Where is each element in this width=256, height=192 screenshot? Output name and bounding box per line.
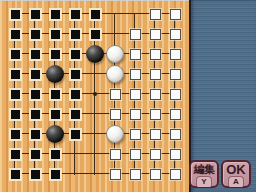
white-territory-marker (130, 109, 141, 120)
board-point[interactable] (25, 64, 45, 84)
white-territory-marker (170, 129, 181, 140)
board-point[interactable] (25, 104, 45, 124)
board-point[interactable] (5, 144, 25, 164)
board-point[interactable] (125, 4, 145, 24)
board-point[interactable] (45, 44, 65, 64)
white-territory-marker (170, 109, 181, 120)
black-territory-marker (71, 90, 80, 99)
board-point[interactable] (105, 64, 125, 84)
white-territory-marker (150, 129, 161, 140)
key-a-badge: A (228, 176, 244, 187)
board-point[interactable] (5, 4, 25, 24)
board-point[interactable] (45, 84, 65, 104)
white-stone (106, 45, 124, 63)
board-point[interactable] (45, 104, 65, 124)
board-point[interactable] (25, 164, 45, 184)
board-point[interactable] (165, 64, 185, 84)
edit-button-label: 編集 (191, 163, 217, 176)
black-territory-marker (91, 30, 100, 39)
black-territory-marker (51, 30, 60, 39)
board-point[interactable] (165, 124, 185, 144)
board-point[interactable] (125, 64, 145, 84)
black-territory-marker (51, 110, 60, 119)
board-point[interactable] (65, 84, 85, 104)
white-territory-marker (150, 9, 161, 20)
board-point[interactable] (45, 4, 65, 24)
black-territory-marker (11, 50, 20, 59)
board-point[interactable] (65, 144, 85, 164)
board-point[interactable] (105, 104, 125, 124)
board-point[interactable] (65, 124, 85, 144)
ok-button[interactable]: OK A (221, 160, 251, 188)
white-territory-marker (110, 149, 121, 160)
black-territory-marker (31, 50, 40, 59)
board-point[interactable] (165, 4, 185, 24)
white-territory-marker (110, 89, 121, 100)
black-territory-marker (11, 170, 20, 179)
board-point[interactable] (65, 64, 85, 84)
black-territory-marker (51, 50, 60, 59)
board-point[interactable] (105, 44, 125, 64)
board-point[interactable] (145, 64, 165, 84)
board-point[interactable] (105, 24, 125, 44)
board-point[interactable] (45, 64, 65, 84)
board-point[interactable] (45, 24, 65, 44)
board-point[interactable] (105, 124, 125, 144)
board-point[interactable] (65, 44, 85, 64)
board-point[interactable] (5, 104, 25, 124)
white-territory-marker (110, 169, 121, 180)
board-point[interactable] (45, 124, 65, 144)
edit-button[interactable]: 編集 Y (189, 160, 219, 188)
black-territory-marker (31, 30, 40, 39)
black-territory-marker (31, 90, 40, 99)
board-point[interactable] (145, 164, 165, 184)
white-territory-marker (170, 169, 181, 180)
board-cells (5, 4, 185, 184)
board-point[interactable] (125, 144, 145, 164)
black-territory-marker (71, 70, 80, 79)
board-point[interactable] (85, 144, 105, 164)
board-point[interactable] (45, 164, 65, 184)
board-point[interactable] (105, 164, 125, 184)
black-territory-marker (31, 110, 40, 119)
white-territory-marker (150, 109, 161, 120)
board-point[interactable] (5, 164, 25, 184)
black-territory-marker (71, 110, 80, 119)
board-point[interactable] (85, 104, 105, 124)
board-point[interactable] (125, 44, 145, 64)
black-territory-marker (11, 110, 20, 119)
white-territory-marker (170, 69, 181, 80)
board-point[interactable] (85, 124, 105, 144)
board-point[interactable] (65, 104, 85, 124)
board-point[interactable] (125, 104, 145, 124)
white-territory-marker (170, 149, 181, 160)
board-point[interactable] (165, 104, 185, 124)
board-point[interactable] (145, 4, 165, 24)
white-territory-marker (150, 89, 161, 100)
board-point[interactable] (85, 44, 105, 64)
black-territory-marker (11, 30, 20, 39)
board-point[interactable] (165, 44, 185, 64)
board-point[interactable] (25, 124, 45, 144)
board-point[interactable] (145, 84, 165, 104)
screen-top-highlight (0, 0, 189, 1)
white-territory-marker (130, 169, 141, 180)
white-territory-marker (130, 29, 141, 40)
black-stone (46, 65, 64, 83)
black-territory-marker (31, 130, 40, 139)
black-territory-marker (51, 150, 60, 159)
board-point[interactable] (85, 24, 105, 44)
board-point[interactable] (125, 164, 145, 184)
black-territory-marker (51, 170, 60, 179)
white-territory-marker (150, 49, 161, 60)
white-territory-marker (130, 49, 141, 60)
board-point[interactable] (5, 124, 25, 144)
black-territory-marker (51, 90, 60, 99)
white-territory-marker (130, 69, 141, 80)
board-point[interactable] (105, 144, 125, 164)
board-point[interactable] (125, 84, 145, 104)
black-territory-marker (31, 70, 40, 79)
black-territory-marker (71, 30, 80, 39)
black-territory-marker (11, 10, 20, 19)
board-point[interactable] (165, 164, 185, 184)
black-territory-marker (31, 170, 40, 179)
black-territory-marker (11, 150, 20, 159)
go-board[interactable] (0, 0, 189, 192)
white-territory-marker (150, 69, 161, 80)
board-point[interactable] (85, 164, 105, 184)
board-point[interactable] (145, 44, 165, 64)
black-stone (46, 125, 64, 143)
board-point[interactable] (85, 4, 105, 24)
board-point[interactable] (5, 24, 25, 44)
white-territory-marker (170, 29, 181, 40)
black-territory-marker (71, 130, 80, 139)
board-point[interactable] (105, 84, 125, 104)
board-point[interactable] (145, 144, 165, 164)
key-y-badge: Y (196, 176, 212, 187)
white-territory-marker (170, 89, 181, 100)
black-territory-marker (71, 10, 80, 19)
white-territory-marker (130, 149, 141, 160)
game-screen: 編集 Y OK A (0, 0, 256, 192)
white-territory-marker (110, 109, 121, 120)
white-territory-marker (170, 9, 181, 20)
board-point[interactable] (65, 4, 85, 24)
board-point[interactable] (5, 84, 25, 104)
board-point[interactable] (85, 64, 105, 84)
board-point[interactable] (105, 4, 125, 24)
board-point[interactable] (5, 64, 25, 84)
board-point[interactable] (85, 84, 105, 104)
board-point[interactable] (125, 124, 145, 144)
board-point[interactable] (145, 124, 165, 144)
board-point[interactable] (145, 24, 165, 44)
board-point[interactable] (145, 104, 165, 124)
white-territory-marker (150, 29, 161, 40)
black-territory-marker (11, 90, 20, 99)
black-territory-marker (91, 10, 100, 19)
board-point[interactable] (25, 144, 45, 164)
white-territory-marker (130, 89, 141, 100)
white-stone (106, 65, 124, 83)
white-territory-marker (150, 169, 161, 180)
board-point[interactable] (25, 24, 45, 44)
board-point[interactable] (65, 24, 85, 44)
white-territory-marker (150, 149, 161, 160)
board-point[interactable] (165, 24, 185, 44)
white-territory-marker (130, 129, 141, 140)
board-point[interactable] (165, 144, 185, 164)
board-point[interactable] (165, 84, 185, 104)
board-point[interactable] (25, 84, 45, 104)
board-point[interactable] (5, 44, 25, 64)
white-stone (106, 125, 124, 143)
board-point[interactable] (65, 164, 85, 184)
black-territory-marker (31, 10, 40, 19)
black-territory-marker (31, 150, 40, 159)
board-point[interactable] (125, 24, 145, 44)
black-territory-marker (71, 50, 80, 59)
white-territory-marker (170, 49, 181, 60)
ok-button-label: OK (223, 163, 249, 176)
black-stone (86, 45, 104, 63)
black-territory-marker (11, 70, 20, 79)
board-point[interactable] (25, 44, 45, 64)
black-territory-marker (51, 10, 60, 19)
board-point[interactable] (25, 4, 45, 24)
board-point[interactable] (45, 144, 65, 164)
black-territory-marker (11, 130, 20, 139)
